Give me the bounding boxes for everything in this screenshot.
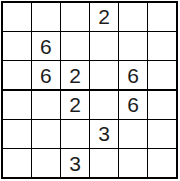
cell-r4c6[interactable] <box>148 91 176 119</box>
cell-r2c6[interactable] <box>148 32 176 60</box>
cell-r5c5[interactable] <box>119 120 147 148</box>
cell-r1c5[interactable] <box>119 3 147 31</box>
cell-r4c4[interactable] <box>90 91 118 119</box>
cell-r6c2[interactable] <box>32 149 60 177</box>
cell-r3c1[interactable] <box>3 61 31 89</box>
cell-r5c3[interactable] <box>61 120 89 148</box>
cell-r2c1[interactable] <box>3 32 31 60</box>
cell-r2c3[interactable] <box>61 32 89 60</box>
cell-r3c3-given: 2 <box>61 61 89 89</box>
cell-r6c4[interactable] <box>90 149 118 177</box>
cell-r5c6[interactable] <box>148 120 176 148</box>
cell-r4c5-given: 6 <box>119 91 147 119</box>
cell-r1c4-given: 2 <box>90 3 118 31</box>
cell-r2c5[interactable] <box>119 32 147 60</box>
cell-r4c2[interactable] <box>32 91 60 119</box>
board-wrapper: 266262633 <box>0 0 180 179</box>
cell-r2c4[interactable] <box>90 32 118 60</box>
cell-r6c6[interactable] <box>148 149 176 177</box>
cell-r4c1[interactable] <box>3 91 31 119</box>
cell-r4c3-given: 2 <box>61 91 89 119</box>
cell-r1c6[interactable] <box>148 3 176 31</box>
cell-r5c4-given: 3 <box>90 120 118 148</box>
cell-r3c2-given: 6 <box>32 61 60 89</box>
cell-r3c4[interactable] <box>90 61 118 89</box>
cell-r1c1[interactable] <box>3 3 31 31</box>
cell-r5c2[interactable] <box>32 120 60 148</box>
cell-r6c1[interactable] <box>3 149 31 177</box>
cell-r6c5[interactable] <box>119 149 147 177</box>
puzzle-board: 266262633 <box>1 1 178 179</box>
cell-r6c3-given: 3 <box>61 149 89 177</box>
cell-r3c6[interactable] <box>148 61 176 89</box>
cell-r2c2-given: 6 <box>32 32 60 60</box>
cell-r3c5-given: 6 <box>119 61 147 89</box>
cell-r1c3[interactable] <box>61 3 89 31</box>
cell-r5c1[interactable] <box>3 120 31 148</box>
cell-r1c2[interactable] <box>32 3 60 31</box>
